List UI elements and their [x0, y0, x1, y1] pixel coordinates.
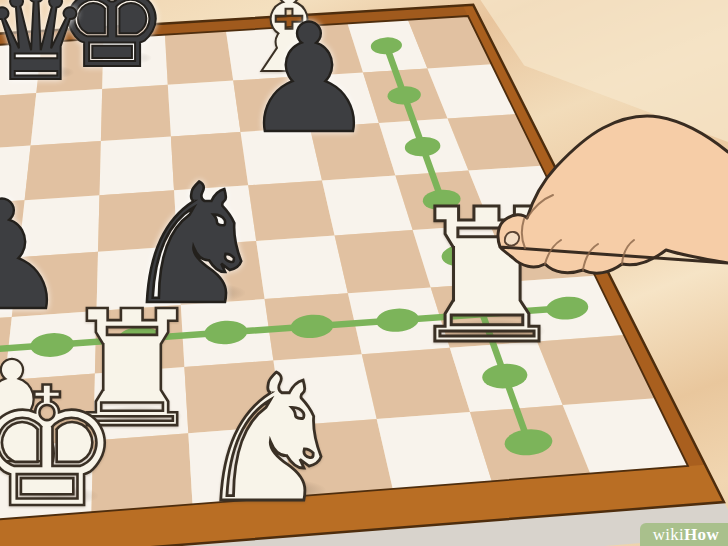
- black-pawn-b4: ♟: [0, 181, 69, 331]
- black-queen: ♛: [0, 0, 90, 98]
- white-knight: ♞: [193, 352, 350, 527]
- wikihow-how-text: How: [684, 525, 719, 544]
- square-d7: [168, 81, 241, 137]
- square-e4: [256, 236, 348, 300]
- wikihow-watermark: wikiHow: [640, 523, 728, 546]
- white-rook-held: ♜: [404, 185, 570, 370]
- white-king: ♚: [0, 366, 121, 531]
- board-scene: ♛♚♝♟♟♞♜♟♜♚♞ wikiHow: [0, 0, 728, 546]
- black-pawn-f7: ♟: [242, 4, 376, 154]
- wikihow-wiki-text: wiki: [653, 525, 684, 544]
- square-d8: [165, 31, 233, 85]
